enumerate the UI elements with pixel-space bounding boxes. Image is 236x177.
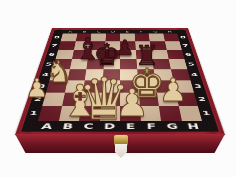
- square-d2[interactable]: [101, 93, 120, 106]
- file-label-F: F: [146, 122, 156, 131]
- square-e7[interactable]: [120, 41, 135, 50]
- square-f8[interactable]: [134, 34, 149, 42]
- rank-label-right-3: 3: [194, 84, 203, 90]
- square-c4[interactable]: [85, 69, 103, 80]
- chess-board: ABCDEFGH 87654321 87654321 ABCDEFGH: [15, 28, 225, 135]
- square-f3[interactable]: [138, 80, 157, 92]
- file-label-D: D: [104, 122, 116, 131]
- file-label-H: H: [186, 122, 200, 131]
- file-label-B: B: [62, 122, 74, 131]
- square-e3[interactable]: [120, 80, 138, 92]
- rank-label-right-5: 5: [187, 62, 195, 67]
- squares-grid: [38, 34, 202, 121]
- square-h5[interactable]: [168, 59, 187, 69]
- square-d6[interactable]: [104, 50, 120, 59]
- square-c1[interactable]: [79, 106, 101, 121]
- square-d8[interactable]: [105, 34, 120, 42]
- square-d7[interactable]: [105, 41, 120, 50]
- file-label-C: C: [83, 122, 94, 131]
- square-f6[interactable]: [135, 50, 152, 59]
- square-c7[interactable]: [89, 41, 105, 50]
- rank-label-left-1: 1: [29, 110, 39, 117]
- rank-label-right-4: 4: [190, 72, 198, 77]
- rank-label-left-4: 4: [41, 72, 49, 77]
- file-label-E: E: [126, 122, 136, 131]
- square-b2[interactable]: [62, 93, 83, 106]
- rank-label-right-2: 2: [197, 96, 206, 102]
- rank-label-left-3: 3: [37, 84, 46, 90]
- rank-label-left-2: 2: [33, 96, 42, 102]
- square-e6[interactable]: [120, 50, 136, 59]
- square-e5[interactable]: [120, 59, 137, 69]
- clasp-shield-tag: [115, 144, 127, 158]
- square-f1[interactable]: [139, 106, 161, 121]
- square-h8[interactable]: [163, 34, 180, 42]
- rank-label-left-6: 6: [48, 52, 55, 56]
- square-b8[interactable]: [75, 34, 91, 42]
- square-f7[interactable]: [135, 41, 151, 50]
- rank-label-right-6: 6: [185, 52, 192, 56]
- square-b3[interactable]: [65, 80, 85, 92]
- square-f5[interactable]: [136, 59, 154, 69]
- square-d3[interactable]: [102, 80, 120, 92]
- square-c5[interactable]: [86, 59, 104, 69]
- square-d4[interactable]: [102, 69, 120, 80]
- rank-label-left-8: 8: [54, 36, 61, 40]
- rank-label-right-1: 1: [201, 110, 211, 117]
- file-label-G: G: [166, 122, 179, 131]
- square-f2[interactable]: [138, 93, 158, 106]
- square-b6[interactable]: [72, 50, 89, 59]
- square-e4[interactable]: [120, 69, 138, 80]
- square-c6[interactable]: [88, 50, 105, 59]
- square-h4[interactable]: [171, 69, 191, 80]
- square-c2[interactable]: [81, 93, 101, 106]
- square-h6[interactable]: [166, 50, 184, 59]
- square-c3[interactable]: [83, 80, 102, 92]
- square-h7[interactable]: [165, 41, 182, 50]
- square-e1[interactable]: [120, 106, 140, 121]
- square-h2[interactable]: [175, 93, 197, 106]
- file-labels-bottom: ABCDEFGH: [35, 121, 205, 132]
- square-e2[interactable]: [120, 93, 139, 106]
- rank-label-right-7: 7: [182, 44, 189, 48]
- square-h3[interactable]: [173, 80, 194, 92]
- square-e8[interactable]: [120, 34, 135, 42]
- square-b4[interactable]: [67, 69, 86, 80]
- square-f4[interactable]: [137, 69, 155, 80]
- square-b5[interactable]: [69, 59, 87, 69]
- square-b1[interactable]: [59, 106, 82, 121]
- product-photo-stage: ABCDEFGH 87654321 87654321 ABCDEFGH ♝♟♚♜…: [0, 0, 236, 177]
- square-c8[interactable]: [90, 34, 105, 42]
- rank-label-left-5: 5: [45, 62, 53, 67]
- brass-clasp: [111, 134, 131, 160]
- square-d1[interactable]: [100, 106, 120, 121]
- file-label-A: A: [41, 122, 54, 131]
- rank-label-left-7: 7: [51, 44, 58, 48]
- square-h1[interactable]: [178, 106, 202, 121]
- rank-label-right-8: 8: [180, 36, 187, 40]
- square-d5[interactable]: [103, 59, 120, 69]
- square-b7[interactable]: [74, 41, 91, 50]
